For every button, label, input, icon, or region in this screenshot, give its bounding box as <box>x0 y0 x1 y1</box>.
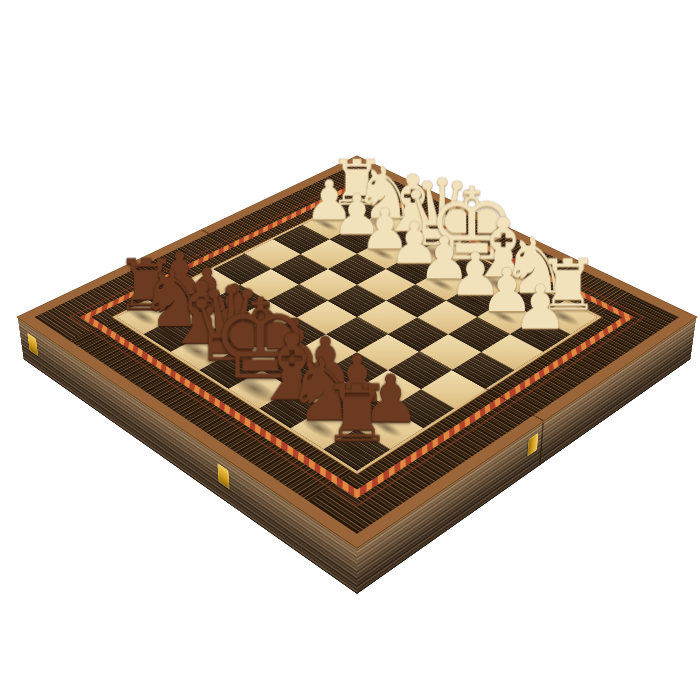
piece-white-pawn: ♟ <box>513 276 568 337</box>
board-top-surface: ♜♞♝♛♚♝♞♜♟♟♟♟♟♟♟♟♟♟♟♟♟♟♟♟♜♞♝♛♚♝♞♜ <box>18 156 697 548</box>
board-squares: ♜♞♝♛♚♝♞♜♟♟♟♟♟♟♟♟♟♟♟♟♟♟♟♟♜♞♝♛♚♝♞♜ <box>117 198 598 471</box>
brass-latch <box>527 433 538 457</box>
brass-latch <box>217 463 229 490</box>
product-photo-scene: ♜♞♝♛♚♝♞♜♟♟♟♟♟♟♟♟♟♟♟♟♟♟♟♟♜♞♝♛♚♝♞♜ <box>0 0 700 700</box>
square-e4 <box>357 300 417 334</box>
chess-board: ♜♞♝♛♚♝♞♜♟♟♟♟♟♟♟♟♟♟♟♟♟♟♟♟♜♞♝♛♚♝♞♜ <box>18 156 697 548</box>
piece-black-rook: ♜ <box>322 374 393 453</box>
fold-seam-side <box>539 422 544 466</box>
brass-latch <box>27 333 38 357</box>
